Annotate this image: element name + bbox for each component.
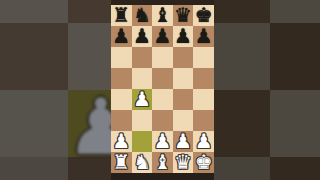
background-blur-cell [214,157,270,180]
background-blur-cell [68,0,111,23]
background-blur-right [214,0,320,180]
background-blur-cell [214,23,270,90]
square-b5[interactable] [132,68,153,89]
square-c7[interactable]: ♟ [152,26,173,47]
piece-black-knight: ♞ [133,5,151,26]
square-d4[interactable] [173,89,194,110]
background-blur-cell [270,90,320,157]
piece-white-rook: ♜ [112,152,130,173]
square-b6[interactable] [132,47,153,68]
board-bottom-margin [111,173,214,180]
piece-white-pawn: ♟ [133,89,151,110]
square-c2[interactable]: ♟ [152,131,173,152]
square-d5[interactable] [173,68,194,89]
square-c5[interactable] [152,68,173,89]
square-a3[interactable] [111,110,132,131]
piece-white-knight: ♞ [133,152,151,173]
background-blur-cell [68,157,111,180]
square-c1[interactable]: ♝ [152,152,173,173]
piece-black-bishop: ♝ [154,5,172,26]
square-a5[interactable] [111,68,132,89]
square-c6[interactable] [152,47,173,68]
piece-white-pawn: ♟ [174,131,192,152]
square-d6[interactable] [173,47,194,68]
square-e4[interactable] [193,89,214,110]
piece-black-rook: ♜ [112,5,130,26]
square-a2[interactable]: ♟ [111,131,132,152]
square-b4[interactable]: ♟ [132,89,153,110]
background-blur-cell [270,0,320,23]
square-e1[interactable]: ♚ [193,152,214,173]
piece-black-king: ♚ [195,5,213,26]
square-e7[interactable]: ♟ [193,26,214,47]
square-a6[interactable] [111,47,132,68]
square-e6[interactable] [193,47,214,68]
square-d3[interactable] [173,110,194,131]
square-c3[interactable] [152,110,173,131]
chess-board[interactable]: ♜♞♝♛♚♟♟♟♟♟♟♟♟♟♟♜♞♝♛♚ [111,5,214,173]
square-b1[interactable]: ♞ [132,152,153,173]
square-b8[interactable]: ♞ [132,5,153,26]
square-c4[interactable] [152,89,173,110]
square-a1[interactable]: ♜ [111,152,132,173]
square-e8[interactable]: ♚ [193,5,214,26]
square-b2[interactable] [132,131,153,152]
square-d7[interactable]: ♟ [173,26,194,47]
background-blur-cell [68,90,111,157]
piece-white-bishop: ♝ [154,152,172,173]
background-blur-cell [0,0,68,23]
board-strip: ♜♞♝♛♚♟♟♟♟♟♟♟♟♟♟♜♞♝♛♚ [111,0,214,180]
background-blur-left: ♟ [0,0,111,180]
background-blur-cell [214,0,270,23]
background-blur-cell [0,157,68,180]
square-a7[interactable]: ♟ [111,26,132,47]
piece-black-pawn: ♟ [154,26,172,47]
square-b7[interactable]: ♟ [132,26,153,47]
piece-black-pawn: ♟ [174,26,192,47]
background-blur-cell [0,23,68,90]
background-blur-cell [68,23,111,90]
square-e5[interactable] [193,68,214,89]
square-c8[interactable]: ♝ [152,5,173,26]
piece-white-king: ♚ [195,152,213,173]
piece-white-pawn: ♟ [195,131,213,152]
piece-white-pawn: ♟ [112,131,130,152]
piece-black-pawn: ♟ [133,26,151,47]
square-a4[interactable] [111,89,132,110]
piece-white-queen: ♛ [174,152,192,173]
square-d2[interactable]: ♟ [173,131,194,152]
background-blur-cell [270,23,320,90]
video-frame: ♟ ♜♞♝♛♚♟♟♟♟♟♟♟♟♟♟♜♞♝♛♚ [0,0,320,180]
background-blur-cell [0,90,68,157]
square-d8[interactable]: ♛ [173,5,194,26]
square-e3[interactable] [193,110,214,131]
piece-black-pawn: ♟ [195,26,213,47]
background-blur-cell [270,157,320,180]
square-d1[interactable]: ♛ [173,152,194,173]
background-blur-cell [214,90,270,157]
square-a8[interactable]: ♜ [111,5,132,26]
square-e2[interactable]: ♟ [193,131,214,152]
square-b3[interactable] [132,110,153,131]
piece-white-pawn: ♟ [154,131,172,152]
piece-black-pawn: ♟ [112,26,130,47]
piece-black-queen: ♛ [174,5,192,26]
